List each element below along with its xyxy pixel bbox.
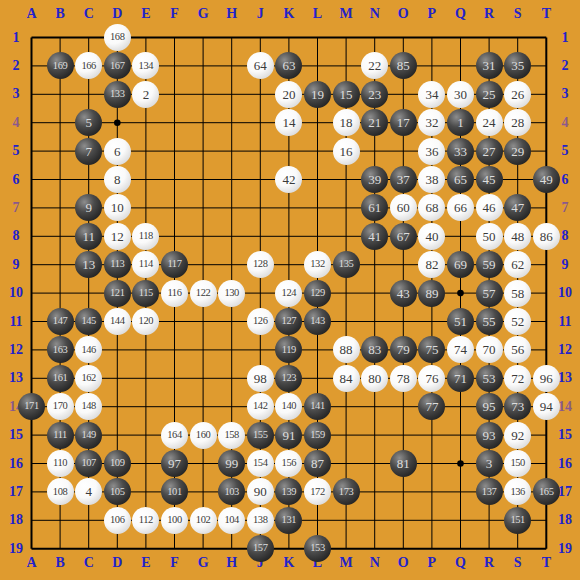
- stone-move-number: 157: [253, 543, 268, 554]
- coord-label-left-8: 8: [13, 229, 20, 243]
- stone-white-J9: 128: [247, 251, 274, 278]
- stone-black-O12: 79: [390, 336, 417, 363]
- stone-move-number: 61: [368, 201, 381, 214]
- stone-white-S11: 52: [504, 308, 531, 335]
- stone-white-D1: 168: [104, 24, 131, 51]
- stone-move-number: 93: [483, 429, 496, 442]
- stone-move-number: 98: [254, 372, 267, 385]
- stone-white-J2: 64: [247, 52, 274, 79]
- stone-move-number: 25: [483, 88, 496, 101]
- coord-label-left-15: 15: [9, 428, 23, 442]
- stone-black-Q6: 65: [447, 166, 474, 193]
- stone-black-L3: 19: [304, 81, 331, 108]
- stone-white-J11: 126: [247, 308, 274, 335]
- coord-label-bottom-O: O: [398, 556, 409, 570]
- coord-label-top-Q: Q: [455, 7, 466, 21]
- coord-label-left-10: 10: [9, 286, 23, 300]
- coord-label-top-J: J: [257, 7, 264, 21]
- stone-black-D16: 109: [104, 450, 131, 477]
- coord-label-top-D: D: [112, 7, 122, 21]
- coord-label-top-M: M: [339, 7, 352, 21]
- stone-move-number: 5: [85, 116, 92, 129]
- stone-black-J19: 157: [247, 535, 274, 562]
- stone-move-number: 59: [483, 258, 496, 271]
- stone-move-number: 18: [340, 116, 353, 129]
- stone-move-number: 55: [483, 315, 496, 328]
- stone-move-number: 33: [454, 145, 467, 158]
- stone-black-O4: 17: [390, 109, 417, 136]
- coord-label-left-3: 3: [13, 87, 20, 101]
- stone-black-O8: 67: [390, 223, 417, 250]
- stone-white-B14: 170: [47, 393, 74, 420]
- stone-move-number: 101: [167, 487, 182, 498]
- stone-white-E18: 112: [132, 507, 159, 534]
- stone-move-number: 146: [81, 345, 96, 356]
- stone-move-number: 112: [139, 515, 153, 526]
- coord-label-bottom-R: R: [484, 556, 494, 570]
- stone-black-R14: 95: [476, 393, 503, 420]
- stone-black-Q11: 51: [447, 308, 474, 335]
- stone-move-number: 113: [110, 259, 124, 270]
- stone-white-G15: 160: [190, 422, 217, 449]
- stone-move-number: 45: [483, 173, 496, 186]
- stone-move-number: 34: [425, 88, 438, 101]
- stone-white-S15: 92: [504, 422, 531, 449]
- coord-label-bottom-P: P: [428, 556, 437, 570]
- stone-move-number: 129: [310, 288, 325, 299]
- stone-move-number: 126: [253, 316, 268, 327]
- stone-move-number: 48: [511, 230, 524, 243]
- stone-black-Q5: 33: [447, 138, 474, 165]
- coord-label-top-A: A: [26, 7, 36, 21]
- stone-move-number: 107: [81, 458, 96, 469]
- stone-move-number: 141: [310, 401, 325, 412]
- stone-move-number: 142: [253, 401, 268, 412]
- stone-black-T6: 49: [533, 166, 560, 193]
- stone-move-number: 74: [454, 343, 467, 356]
- stone-move-number: 94: [540, 400, 553, 413]
- stone-black-Q9: 69: [447, 251, 474, 278]
- stone-move-number: 88: [340, 343, 353, 356]
- stone-white-J16: 154: [247, 450, 274, 477]
- stone-move-number: 27: [483, 145, 496, 158]
- stone-black-B13: 161: [47, 365, 74, 392]
- stone-move-number: 95: [483, 400, 496, 413]
- stone-move-number: 66: [454, 201, 467, 214]
- stone-white-S13: 72: [504, 365, 531, 392]
- stone-black-N6: 39: [361, 166, 388, 193]
- stone-move-number: 58: [511, 287, 524, 300]
- stone-move-number: 108: [53, 487, 68, 498]
- stone-move-number: 53: [483, 372, 496, 385]
- stone-black-D10: 121: [104, 280, 131, 307]
- coord-label-left-16: 16: [9, 457, 23, 471]
- stone-white-P3: 34: [418, 81, 445, 108]
- stone-white-S16: 150: [504, 450, 531, 477]
- star-point-Q10: [457, 290, 464, 297]
- stone-move-number: 2: [143, 88, 150, 101]
- stone-black-O6: 37: [390, 166, 417, 193]
- stone-move-number: 30: [454, 88, 467, 101]
- stone-black-R6: 45: [476, 166, 503, 193]
- stone-black-L10: 129: [304, 280, 331, 307]
- stone-move-number: 96: [540, 372, 553, 385]
- stone-move-number: 75: [425, 343, 438, 356]
- stone-move-number: 39: [368, 173, 381, 186]
- coord-label-right-13: 13: [558, 371, 572, 385]
- stone-move-number: 78: [397, 372, 410, 385]
- stone-black-R16: 3: [476, 450, 503, 477]
- stone-black-R9: 59: [476, 251, 503, 278]
- stone-move-number: 67: [397, 230, 410, 243]
- coord-label-top-S: S: [514, 7, 522, 21]
- stone-move-number: 35: [511, 59, 524, 72]
- stone-white-E8: 118: [132, 223, 159, 250]
- stone-move-number: 14: [282, 116, 295, 129]
- stone-white-P13: 76: [418, 365, 445, 392]
- stone-move-number: 69: [454, 258, 467, 271]
- stone-white-P8: 40: [418, 223, 445, 250]
- stone-white-Q3: 30: [447, 81, 474, 108]
- stone-move-number: 89: [425, 287, 438, 300]
- stone-move-number: 11: [82, 230, 95, 243]
- stone-black-R2: 31: [476, 52, 503, 79]
- coord-label-right-9: 9: [562, 258, 569, 272]
- coord-label-bottom-Q: Q: [455, 556, 466, 570]
- stone-black-C15: 149: [75, 422, 102, 449]
- coord-label-left-7: 7: [13, 201, 20, 215]
- stone-move-number: 51: [454, 315, 467, 328]
- stone-move-number: 148: [81, 401, 96, 412]
- stone-move-number: 80: [368, 372, 381, 385]
- stone-move-number: 91: [282, 429, 295, 442]
- stone-move-number: 166: [81, 61, 96, 72]
- coord-label-top-F: F: [170, 7, 179, 21]
- stone-move-number: 123: [282, 373, 297, 384]
- coord-label-left-13: 13: [9, 371, 23, 385]
- stone-move-number: 57: [483, 287, 496, 300]
- coord-label-bottom-K: K: [283, 556, 294, 570]
- stone-move-number: 36: [425, 145, 438, 158]
- stone-move-number: 160: [196, 430, 211, 441]
- stone-move-number: 127: [282, 316, 297, 327]
- stone-move-number: 130: [224, 288, 239, 299]
- stone-white-M13: 84: [333, 365, 360, 392]
- stone-move-number: 20: [282, 88, 295, 101]
- stone-white-H10: 130: [218, 280, 245, 307]
- stone-black-B2: 169: [47, 52, 74, 79]
- stone-move-number: 71: [454, 372, 467, 385]
- stone-move-number: 81: [397, 457, 410, 470]
- stone-move-number: 119: [282, 345, 296, 356]
- go-board[interactable]: AABBCCDDEEFFGGHHJJKKLLMMNNOOPPQQRRSSTT11…: [0, 0, 580, 580]
- stone-move-number: 32: [425, 116, 438, 129]
- stone-white-C13: 162: [75, 365, 102, 392]
- stone-move-number: 111: [53, 430, 67, 441]
- stone-move-number: 7: [85, 145, 92, 158]
- stone-black-H16: 99: [218, 450, 245, 477]
- stone-move-number: 102: [196, 515, 211, 526]
- coord-label-right-4: 4: [562, 116, 569, 130]
- stone-move-number: 3: [486, 457, 493, 470]
- stone-move-number: 87: [311, 457, 324, 470]
- stone-move-number: 52: [511, 315, 524, 328]
- stone-move-number: 109: [110, 458, 125, 469]
- stone-move-number: 10: [111, 201, 124, 214]
- stone-move-number: 162: [81, 373, 96, 384]
- stone-move-number: 15: [340, 88, 353, 101]
- coord-label-bottom-N: N: [370, 556, 380, 570]
- stone-black-M17: 173: [333, 478, 360, 505]
- stone-white-F15: 164: [161, 422, 188, 449]
- stone-move-number: 38: [425, 173, 438, 186]
- stone-move-number: 171: [24, 401, 39, 412]
- stone-move-number: 158: [224, 430, 239, 441]
- coord-label-top-G: G: [198, 7, 209, 21]
- star-point-D4: [114, 119, 121, 126]
- stone-move-number: 42: [282, 173, 295, 186]
- stone-white-P5: 36: [418, 138, 445, 165]
- coord-label-bottom-E: E: [141, 556, 150, 570]
- coord-label-top-L: L: [313, 7, 322, 21]
- coord-label-right-1: 1: [562, 31, 569, 45]
- stone-move-number: 90: [254, 485, 267, 498]
- stone-move-number: 121: [110, 288, 125, 299]
- stone-white-H18: 104: [218, 507, 245, 534]
- stone-white-M12: 88: [333, 336, 360, 363]
- stone-move-number: 116: [167, 288, 181, 299]
- coord-label-right-8: 8: [562, 229, 569, 243]
- coord-label-left-6: 6: [13, 173, 20, 187]
- stone-move-number: 43: [397, 287, 410, 300]
- stone-white-G18: 102: [190, 507, 217, 534]
- stone-black-N3: 23: [361, 81, 388, 108]
- stone-white-N13: 80: [361, 365, 388, 392]
- coord-label-left-4: 4: [13, 116, 20, 130]
- stone-white-M5: 16: [333, 138, 360, 165]
- stone-move-number: 76: [425, 372, 438, 385]
- stone-move-number: 26: [511, 88, 524, 101]
- stone-move-number: 139: [282, 487, 297, 498]
- stone-black-F9: 117: [161, 251, 188, 278]
- stone-black-C16: 107: [75, 450, 102, 477]
- stone-move-number: 165: [539, 487, 554, 498]
- stone-white-O13: 78: [390, 365, 417, 392]
- stone-white-F10: 116: [161, 280, 188, 307]
- stone-white-R8: 50: [476, 223, 503, 250]
- stone-move-number: 132: [310, 259, 325, 270]
- stone-white-S8: 48: [504, 223, 531, 250]
- coord-label-right-7: 7: [562, 201, 569, 215]
- stone-black-S5: 29: [504, 138, 531, 165]
- stone-move-number: 110: [53, 458, 67, 469]
- stone-black-O2: 85: [390, 52, 417, 79]
- stone-move-number: 118: [139, 231, 153, 242]
- stone-white-B16: 110: [47, 450, 74, 477]
- stone-move-number: 50: [483, 230, 496, 243]
- stone-move-number: 22: [368, 59, 381, 72]
- stone-move-number: 16: [340, 145, 353, 158]
- coord-label-left-11: 11: [9, 315, 22, 329]
- stone-black-R11: 55: [476, 308, 503, 335]
- stone-move-number: 12: [111, 230, 124, 243]
- stone-move-number: 97: [168, 457, 181, 470]
- stone-move-number: 150: [510, 458, 525, 469]
- stone-white-D8: 12: [104, 223, 131, 250]
- stone-move-number: 156: [282, 458, 297, 469]
- coord-label-right-12: 12: [558, 343, 572, 357]
- stone-black-J15: 155: [247, 422, 274, 449]
- stone-black-R15: 93: [476, 422, 503, 449]
- stone-black-L11: 143: [304, 308, 331, 335]
- coord-label-top-N: N: [370, 7, 380, 21]
- coord-label-right-16: 16: [558, 457, 572, 471]
- stone-move-number: 133: [110, 89, 125, 100]
- stone-move-number: 46: [483, 201, 496, 214]
- stone-white-G10: 122: [190, 280, 217, 307]
- stone-white-E3: 2: [132, 81, 159, 108]
- stone-white-R7: 46: [476, 194, 503, 221]
- stone-black-M3: 15: [333, 81, 360, 108]
- stone-move-number: 170: [53, 401, 68, 412]
- coord-label-left-12: 12: [9, 343, 23, 357]
- stone-white-L9: 132: [304, 251, 331, 278]
- stone-move-number: 159: [310, 430, 325, 441]
- stone-move-number: 62: [511, 258, 524, 271]
- stone-move-number: 13: [82, 258, 95, 271]
- coord-label-right-19: 19: [558, 542, 572, 556]
- stone-black-R3: 25: [476, 81, 503, 108]
- stone-move-number: 77: [425, 400, 438, 413]
- stone-black-C8: 11: [75, 223, 102, 250]
- coord-label-top-P: P: [428, 7, 437, 21]
- stone-move-number: 92: [511, 429, 524, 442]
- stone-move-number: 167: [110, 61, 125, 72]
- stone-move-number: 68: [425, 201, 438, 214]
- stone-move-number: 153: [310, 543, 325, 554]
- stone-move-number: 4: [85, 485, 92, 498]
- stone-move-number: 86: [540, 230, 553, 243]
- stone-black-E10: 115: [132, 280, 159, 307]
- stone-black-Q4: 1: [447, 109, 474, 136]
- coord-label-top-H: H: [226, 7, 237, 21]
- stone-black-M9: 135: [333, 251, 360, 278]
- coord-label-bottom-B: B: [55, 556, 64, 570]
- stone-black-R5: 27: [476, 138, 503, 165]
- stone-move-number: 147: [53, 316, 68, 327]
- stone-move-number: 155: [253, 430, 268, 441]
- stone-black-Q13: 71: [447, 365, 474, 392]
- stone-move-number: 31: [483, 59, 496, 72]
- stone-move-number: 84: [340, 372, 353, 385]
- stone-move-number: 117: [167, 259, 181, 270]
- stone-move-number: 60: [397, 201, 410, 214]
- coord-label-right-18: 18: [558, 513, 572, 527]
- stone-move-number: 8: [114, 173, 121, 186]
- stone-move-number: 49: [540, 173, 553, 186]
- stone-move-number: 41: [368, 230, 381, 243]
- stone-white-S10: 58: [504, 280, 531, 307]
- stone-move-number: 72: [511, 372, 524, 385]
- stone-move-number: 63: [282, 59, 295, 72]
- stone-move-number: 106: [110, 515, 125, 526]
- coord-label-left-19: 19: [9, 542, 23, 556]
- stone-move-number: 85: [397, 59, 410, 72]
- stone-white-J13: 98: [247, 365, 274, 392]
- coord-label-top-B: B: [55, 7, 64, 21]
- stone-move-number: 82: [425, 258, 438, 271]
- stone-move-number: 161: [53, 373, 68, 384]
- coord-label-right-2: 2: [562, 59, 569, 73]
- stone-black-D2: 167: [104, 52, 131, 79]
- stone-white-J18: 138: [247, 507, 274, 534]
- coord-label-right-15: 15: [558, 428, 572, 442]
- stone-move-number: 122: [196, 288, 211, 299]
- stone-move-number: 24: [483, 116, 496, 129]
- stone-black-D9: 113: [104, 251, 131, 278]
- stone-black-L15: 159: [304, 422, 331, 449]
- stone-move-number: 64: [254, 59, 267, 72]
- stone-move-number: 134: [139, 61, 154, 72]
- stone-black-S18: 151: [504, 507, 531, 534]
- coord-label-right-3: 3: [562, 87, 569, 101]
- coord-label-left-18: 18: [9, 513, 23, 527]
- coord-label-right-14: 14: [558, 400, 572, 414]
- stone-black-O16: 81: [390, 450, 417, 477]
- stone-white-D5: 6: [104, 138, 131, 165]
- coord-label-left-9: 9: [13, 258, 20, 272]
- stone-white-D11: 144: [104, 308, 131, 335]
- stone-black-K15: 91: [275, 422, 302, 449]
- stone-move-number: 28: [511, 116, 524, 129]
- stone-white-M4: 18: [333, 109, 360, 136]
- stone-white-D6: 8: [104, 166, 131, 193]
- stone-move-number: 65: [454, 173, 467, 186]
- stone-move-number: 145: [81, 316, 96, 327]
- stone-black-L16: 87: [304, 450, 331, 477]
- stone-black-N8: 41: [361, 223, 388, 250]
- stone-white-R4: 24: [476, 109, 503, 136]
- coord-label-bottom-M: M: [339, 556, 352, 570]
- stone-move-number: 135: [339, 259, 354, 270]
- stone-white-D18: 106: [104, 507, 131, 534]
- stone-white-B17: 108: [47, 478, 74, 505]
- stone-move-number: 138: [253, 515, 268, 526]
- stone-white-S3: 26: [504, 81, 531, 108]
- stone-move-number: 136: [510, 487, 525, 498]
- coord-label-bottom-F: F: [170, 556, 179, 570]
- stone-move-number: 103: [224, 487, 239, 498]
- coord-label-bottom-G: G: [198, 556, 209, 570]
- stone-move-number: 114: [139, 259, 153, 270]
- stone-black-R10: 57: [476, 280, 503, 307]
- stone-move-number: 164: [167, 430, 182, 441]
- coord-label-top-O: O: [398, 7, 409, 21]
- stone-black-F16: 97: [161, 450, 188, 477]
- stone-black-B15: 111: [47, 422, 74, 449]
- stone-white-D7: 10: [104, 194, 131, 221]
- stone-black-R13: 53: [476, 365, 503, 392]
- stone-move-number: 128: [253, 259, 268, 270]
- stone-move-number: 172: [310, 487, 325, 498]
- coord-label-bottom-A: A: [26, 556, 36, 570]
- stone-move-number: 99: [225, 457, 238, 470]
- stone-move-number: 70: [483, 343, 496, 356]
- stone-move-number: 29: [511, 145, 524, 158]
- coord-label-right-10: 10: [558, 286, 572, 300]
- stone-black-O10: 43: [390, 280, 417, 307]
- stone-white-T8: 86: [533, 223, 560, 250]
